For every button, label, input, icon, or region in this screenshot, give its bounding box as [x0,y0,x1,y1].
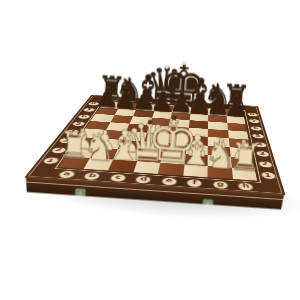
coord-file-f-far-label: f [198,104,201,106]
coord-rank-4-left-label: 4 [68,130,76,134]
board-squares [58,101,257,181]
coord-rank-2-right-label: 2 [261,162,268,167]
coord-rank-8-left: 8 [86,101,100,106]
square-g1 [208,166,233,179]
coord-rank-3-left-label: 3 [61,139,70,143]
square-e1 [158,162,184,175]
finial-king [183,62,187,66]
coord-file-g-near-label: g [217,182,224,188]
board-scene: aa88bb77cc66dd55ee44ff33gg22hh11♜♞♝♛♚♝♞♜… [58,25,275,242]
coord-file-c-far-label: c [146,100,151,102]
coord-rank-4-right-label: 4 [257,143,264,147]
finial-queen [165,65,169,69]
coord-file-d-near-label: d [139,177,148,182]
coord-file-a-near-label: a [62,171,72,176]
square-f1 [183,164,208,177]
square-d1 [133,161,161,174]
coord-file-h-far: h [228,105,239,109]
coord-file-f-near: f [186,178,203,187]
square-e3 [163,143,187,154]
chess-set-photo: aa88bb77cc66dd55ee44ff33gg22hh11♜♞♝♛♚♝♞♜… [0,0,300,300]
coord-rank-3-right-label: 3 [259,152,266,156]
coord-file-d-near: d [134,175,153,184]
coord-rank-7-right-label: 7 [251,120,257,123]
coord-rank-6-right-label: 6 [253,127,259,130]
coord-rank-5-left: 5 [70,121,86,127]
coord-file-c-far: c [142,99,154,103]
coord-rank-1-right-label: 1 [264,173,272,178]
coord-rank-2-left: 2 [48,146,67,153]
coord-file-f-near-label: f [192,180,197,185]
coord-rank-8-right-label: 8 [249,113,254,116]
coord-rank-2-left-label: 2 [54,148,63,152]
coord-rank-5-right-label: 5 [255,134,261,138]
coord-rank-7-left-label: 7 [85,108,92,111]
coord-file-e-near-label: e [165,178,173,184]
coord-file-c-near: c [108,173,127,182]
coord-file-a-far: a [108,97,121,101]
coord-rank-6-left-label: 6 [80,115,87,118]
coord-rank-2-right: 2 [257,160,273,168]
coord-rank-5-left-label: 5 [74,122,82,125]
coord-rank-8-right: 8 [246,112,258,117]
coord-rank-1-left: 1 [40,157,61,165]
coord-rank-5-right: 5 [251,133,265,139]
square-h1 [231,167,257,181]
coord-rank-3-left: 3 [56,137,74,144]
coord-rank-8-left-label: 8 [90,102,97,105]
coord-file-g-far: g [211,104,222,108]
coord-rank-4-right: 4 [253,141,268,148]
coord-file-h-far-label: h [231,106,236,109]
coord-rank-7-right: 7 [248,119,261,124]
coord-rank-6-right: 6 [249,126,262,132]
coord-file-b-far: b [125,98,138,102]
coord-rank-4-left: 4 [63,129,80,135]
coord-file-g-near: g [212,180,229,189]
coord-rank-1-right: 1 [259,171,276,180]
coord-file-h-near: h [237,182,254,191]
coord-file-d-far: d [160,101,172,105]
coord-file-e-near: e [160,176,178,185]
coord-file-c-near-label: c [114,175,122,180]
coord-file-h-near-label: h [242,183,250,189]
coord-file-g-far-label: g [214,105,219,108]
coord-file-f-far: f [194,103,205,107]
coord-rank-6-left: 6 [76,114,91,119]
coord-file-e-far: e [177,102,188,106]
coord-file-b-far-label: b [129,99,135,102]
coord-rank-1-left-label: 1 [45,158,55,163]
coord-file-a-near: a [56,170,77,179]
coord-rank-7-left: 7 [81,107,96,112]
coord-rank-3-right: 3 [255,150,270,157]
coord-file-b-near: b [82,171,102,180]
perspective-wrapper: aa88bb77cc66dd55ee44ff33gg22hh11♜♞♝♛♚♝♞♜… [58,25,275,242]
coord-file-d-far-label: d [163,101,168,104]
coord-file-b-near-label: b [87,173,97,178]
coord-file-e-far-label: e [180,103,185,106]
coord-file-a-far-label: a [112,98,118,100]
